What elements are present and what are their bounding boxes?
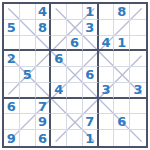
cell-r1c5[interactable] [67,4,83,20]
cell-r8c4[interactable] [51,114,67,130]
cell-r8c1[interactable] [4,114,20,130]
cell-r2c5[interactable] [67,20,83,36]
cell-r9c2[interactable] [20,130,36,146]
cell-r1c9[interactable] [130,4,146,20]
cell-r3c3[interactable] [36,36,52,52]
argyle-sudoku-puzzle: 418583641265643367976961 [0,0,150,150]
cell-r5c4[interactable] [51,67,67,83]
cell-r7c1: 6 [4,99,20,115]
cell-r3c4[interactable] [51,36,67,52]
cell-r9c3: 6 [36,130,52,146]
cell-r7c7[interactable] [99,99,115,115]
cell-r3c8: 1 [114,36,130,52]
cell-r9c1: 9 [4,130,20,146]
cell-r6c1[interactable] [4,83,20,99]
cell-r6c6[interactable] [83,83,99,99]
sudoku-board: 418583641265643367976961 [2,2,148,148]
cell-r6c8[interactable] [114,83,130,99]
cell-r8c9[interactable] [130,114,146,130]
cell-r2c1: 5 [4,20,20,36]
cell-r1c2[interactable] [20,4,36,20]
cell-r1c8: 8 [114,4,130,20]
cell-r3c2[interactable] [20,36,36,52]
cell-r3c9[interactable] [130,36,146,52]
cell-r2c8[interactable] [114,20,130,36]
cell-r1c6: 1 [83,4,99,20]
cell-r4c9[interactable] [130,51,146,67]
cell-r9c4[interactable] [51,130,67,146]
cell-r7c4[interactable] [51,99,67,115]
cell-r5c9[interactable] [130,67,146,83]
cell-r9c6: 1 [83,130,99,146]
cell-r1c3: 4 [36,4,52,20]
cell-r7c5[interactable] [67,99,83,115]
cell-r4c1: 2 [4,51,20,67]
cell-r2c6: 3 [83,20,99,36]
cell-r6c5[interactable] [67,83,83,99]
cell-r7c6[interactable] [83,99,99,115]
cell-r5c7[interactable] [99,67,115,83]
cell-r7c8[interactable] [114,99,130,115]
cell-r2c2[interactable] [20,20,36,36]
cell-r7c2[interactable] [20,99,36,115]
cell-r1c7[interactable] [99,4,115,20]
cell-r3c6[interactable] [83,36,99,52]
cell-r4c7[interactable] [99,51,115,67]
cell-r6c4: 4 [51,83,67,99]
cell-r8c8: 6 [114,114,130,130]
cell-r8c3: 9 [36,114,52,130]
cell-r9c8[interactable] [114,130,130,146]
cell-r5c8[interactable] [114,67,130,83]
cell-r1c1[interactable] [4,4,20,20]
cell-r6c2[interactable] [20,83,36,99]
cell-r3c7: 4 [99,36,115,52]
cell-r4c8[interactable] [114,51,130,67]
cell-r8c6: 7 [83,114,99,130]
cell-r6c3[interactable] [36,83,52,99]
cell-r9c9 [130,130,146,146]
cell-r6c9: 3 [130,83,146,99]
cell-r8c7[interactable] [99,114,115,130]
cell-r2c9[interactable] [130,20,146,36]
cell-r8c5[interactable] [67,114,83,130]
cell-r2c7[interactable] [99,20,115,36]
cell-r9c5[interactable] [67,130,83,146]
cell-r7c9[interactable] [130,99,146,115]
cell-r4c2[interactable] [20,51,36,67]
cell-r4c3[interactable] [36,51,52,67]
cell-r5c1[interactable] [4,67,20,83]
cell-r9c7[interactable] [99,130,115,146]
cell-r5c6: 6 [83,67,99,83]
cell-r2c3: 8 [36,20,52,36]
cell-r4c4: 6 [51,51,67,67]
cell-r2c4[interactable] [51,20,67,36]
cell-r8c2[interactable] [20,114,36,130]
cell-r7c3: 7 [36,99,52,115]
cell-r5c5[interactable] [67,67,83,83]
cell-r5c3[interactable] [36,67,52,83]
cell-r4c6[interactable] [83,51,99,67]
cell-r3c1[interactable] [4,36,20,52]
cell-r6c7: 3 [99,83,115,99]
cell-r3c5: 6 [67,36,83,52]
cell-r4c5[interactable] [67,51,83,67]
cell-r1c4[interactable] [51,4,67,20]
cell-r5c2: 5 [20,67,36,83]
